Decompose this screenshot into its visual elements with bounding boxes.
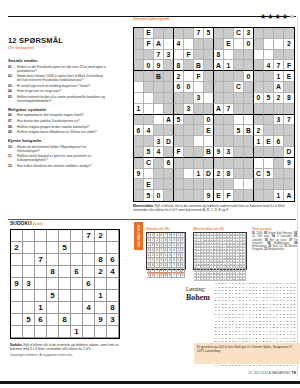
monsterdoku-cell-r14c14[interactable]: 5 [264, 169, 274, 180]
monsterdoku-cell-r7c1[interactable] [134, 93, 144, 104]
monsterdoku-cell-r2c11[interactable] [234, 39, 244, 50]
sudoku-cell-r1c4[interactable] [47, 230, 59, 242]
monsterdoku-cell-r5c13[interactable] [254, 71, 264, 82]
monsterdoku-cell-r1c10[interactable] [224, 28, 234, 39]
monsterdoku-cell-r11c6[interactable] [184, 136, 194, 147]
monsterdoku-cell-r10c11[interactable]: 5 [234, 125, 244, 136]
monsterdoku-cell-r3c7[interactable] [194, 50, 204, 61]
sudoku-cell-r3c6[interactable] [71, 254, 83, 266]
monsterdoku-cell-r5c10[interactable] [224, 71, 234, 82]
monsterdoku-cell-r3c15[interactable] [274, 50, 284, 61]
monsterdoku-cell-r3c1[interactable] [134, 50, 144, 61]
monsterdoku-cell-r1c3[interactable] [154, 28, 164, 39]
sudoku-cell-r6c1[interactable] [11, 290, 23, 302]
monsterdoku-cell-r9c2[interactable] [144, 115, 154, 126]
monsterdoku-cell-r7c7[interactable]: 3 [194, 93, 204, 104]
sudoku-cell-r4c3[interactable] [35, 266, 47, 278]
monsterdoku-cell-r14c15[interactable] [274, 169, 284, 180]
monsterdoku-cell-r9c10[interactable] [224, 115, 234, 126]
monsterdoku-cell-r11c16[interactable] [284, 136, 294, 147]
monsterdoku-cell-r16c10[interactable]: F [224, 190, 234, 201]
monsterdoku-cell-r9c3[interactable] [154, 115, 164, 126]
sudoku-grid[interactable]: 7225786862493651148568931 [10, 229, 120, 339]
monsterdoku-cell-r16c12[interactable] [244, 190, 254, 201]
sudoku-cell-r2c9[interactable] [107, 242, 119, 254]
monsterdoku-cell-r15c7[interactable] [194, 179, 204, 190]
monsterdoku-cell-r6c2[interactable] [144, 82, 154, 93]
monsterdoku-cell-r11c4[interactable]: D [164, 136, 174, 147]
monsterdoku-cell-r3c3[interactable]: 7 [154, 50, 164, 61]
monsterdoku-cell-r14c8[interactable]: D [204, 169, 214, 180]
monsterdoku-cell-r12c2[interactable]: 5 [144, 147, 154, 158]
sudoku-cell-r3c4[interactable] [47, 254, 59, 266]
sudoku-cell-r2c6[interactable] [71, 242, 83, 254]
monsterdoku-cell-r8c3[interactable] [154, 104, 164, 115]
monsterdoku-cell-r6c11[interactable]: C [234, 82, 244, 93]
monsterdoku-cell-r15c8[interactable] [204, 179, 214, 190]
monsterdoku-cell-r6c10[interactable] [224, 82, 234, 93]
sudoku-cell-r6c6[interactable] [71, 290, 83, 302]
monsterdoku-cell-r3c12[interactable] [244, 50, 254, 61]
monsterdoku-cell-r4c15[interactable]: 7 [274, 60, 284, 71]
monsterdoku-cell-r2c13[interactable] [254, 39, 264, 50]
sudoku-cell-r9c3[interactable] [35, 326, 47, 338]
monsterdoku-cell-r8c9[interactable]: A [214, 104, 224, 115]
monsterdoku-cell-r14c6[interactable] [184, 169, 194, 180]
monsterdoku-cell-r6c1[interactable] [134, 82, 144, 93]
monsterdoku-cell-r3c11[interactable] [234, 50, 244, 61]
monsterdoku-cell-r11c10[interactable] [224, 136, 234, 147]
monsterdoku-cell-r1c15[interactable] [274, 28, 284, 39]
monsterdoku-cell-r6c16[interactable] [284, 82, 294, 93]
monsterdoku-cell-r8c1[interactable]: 1 [134, 104, 144, 115]
monsterdoku-cell-r7c5[interactable] [174, 93, 184, 104]
monsterdoku-cell-r12c15[interactable] [274, 147, 284, 158]
monsterdoku-cell-r9c1[interactable] [134, 115, 144, 126]
monsterdoku-cell-r10c9[interactable] [214, 125, 224, 136]
sudoku-cell-r3c3[interactable]: 7 [35, 254, 47, 266]
monsterdoku-cell-r4c6[interactable] [184, 60, 194, 71]
monsterdoku-cell-r9c6[interactable] [184, 115, 194, 126]
monsterdoku-cell-r7c14[interactable]: 5 [264, 93, 274, 104]
monsterdoku-cell-r16c1[interactable] [134, 190, 144, 201]
monsterdoku-cell-r11c2[interactable] [144, 136, 154, 147]
monsterdoku-cell-r6c3[interactable] [154, 82, 164, 93]
monsterdoku-cell-r3c14[interactable] [264, 50, 274, 61]
monsterdoku-cell-r16c6[interactable] [184, 190, 194, 201]
monsterdoku-cell-r4c8[interactable] [204, 60, 214, 71]
monsterdoku-cell-r5c4[interactable] [164, 71, 174, 82]
monsterdoku-cell-r1c8[interactable]: 5 [204, 28, 214, 39]
monsterdoku-cell-r7c15[interactable]: 2 [274, 93, 284, 104]
sudoku-cell-r2c5[interactable]: 5 [59, 242, 71, 254]
sudoku-cell-r3c1[interactable] [11, 254, 23, 266]
sudoku-cell-r7c8[interactable] [95, 302, 107, 314]
monsterdoku-cell-r5c16[interactable]: E [284, 71, 294, 82]
monsterdoku-cell-r16c8[interactable]: 9 [204, 190, 214, 201]
monsterdoku-cell-r7c13[interactable]: 0 [254, 93, 264, 104]
monsterdoku-cell-r4c1[interactable] [134, 60, 144, 71]
monsterdoku-cell-r14c9[interactable]: 2 [214, 169, 224, 180]
monsterdoku-cell-r16c14[interactable] [264, 190, 274, 201]
monsterdoku-cell-r14c5[interactable] [174, 169, 184, 180]
monsterdoku-cell-r11c15[interactable]: 6 [274, 136, 284, 147]
sudoku-cell-r4c9[interactable]: 4 [107, 266, 119, 278]
sudoku-cell-r5c5[interactable] [59, 278, 71, 290]
monsterdoku-cell-r7c11[interactable] [234, 93, 244, 104]
sudoku-cell-r9c6[interactable]: 1 [71, 326, 83, 338]
monsterdoku-cell-r1c6[interactable] [184, 28, 194, 39]
monsterdoku-cell-r6c6[interactable]: 0 [184, 82, 194, 93]
monsterdoku-cell-r14c7[interactable]: 1 [194, 169, 204, 180]
monsterdoku-cell-r12c6[interactable] [184, 147, 194, 158]
monsterdoku-cell-r6c9[interactable] [214, 82, 224, 93]
monsterdoku-cell-r13c3[interactable] [154, 158, 164, 169]
monsterdoku-cell-r7c8[interactable] [204, 93, 214, 104]
sudoku-cell-r6c3[interactable] [35, 290, 47, 302]
monsterdoku-cell-r16c4[interactable] [164, 190, 174, 201]
monsterdoku-cell-r13c1[interactable] [134, 158, 144, 169]
monsterdoku-cell-r7c10[interactable] [224, 93, 234, 104]
monsterdoku-cell-r1c11[interactable]: C [234, 28, 244, 39]
monsterdoku-cell-r14c3[interactable] [154, 169, 164, 180]
monsterdoku-cell-r1c7[interactable]: 7 [194, 28, 204, 39]
monsterdoku-grid[interactable]: E75C3FA4E0273F8098BA147FB2F01E60CA305281… [133, 27, 295, 202]
monsterdoku-cell-r2c2[interactable]: F [144, 39, 154, 50]
sudoku-cell-r3c8[interactable]: 8 [95, 254, 107, 266]
monsterdoku-cell-r10c10[interactable] [224, 125, 234, 136]
monsterdoku-cell-r9c7[interactable] [194, 115, 204, 126]
monsterdoku-cell-r16c5[interactable] [174, 190, 184, 201]
monsterdoku-cell-r10c2[interactable]: 4 [144, 125, 154, 136]
sudoku-cell-r6c5[interactable] [59, 290, 71, 302]
sudoku-cell-r5c6[interactable] [71, 278, 83, 290]
sudoku-cell-r4c7[interactable] [83, 266, 95, 278]
monsterdoku-cell-r2c16[interactable]: 2 [284, 39, 294, 50]
monsterdoku-cell-r11c3[interactable]: 3 [154, 136, 164, 147]
monsterdoku-cell-r1c4[interactable] [164, 28, 174, 39]
monsterdoku-cell-r12c16[interactable]: D [284, 147, 294, 158]
monsterdoku-cell-r3c16[interactable] [284, 50, 294, 61]
monsterdoku-cell-r6c5[interactable]: 6 [174, 82, 184, 93]
monsterdoku-cell-r13c11[interactable] [234, 158, 244, 169]
monsterdoku-cell-r4c16[interactable]: F [284, 60, 294, 71]
monsterdoku-cell-r4c5[interactable]: 8 [174, 60, 184, 71]
monsterdoku-cell-r12c9[interactable]: 9 [214, 147, 224, 158]
monsterdoku-cell-r15c15[interactable] [274, 179, 284, 190]
monsterdoku-cell-r2c10[interactable]: E [224, 39, 234, 50]
monsterdoku-cell-r6c12[interactable] [244, 82, 254, 93]
monsterdoku-cell-r11c7[interactable] [194, 136, 204, 147]
sudoku-cell-r5c4[interactable] [47, 278, 59, 290]
monsterdoku-cell-r15c12[interactable] [244, 179, 254, 190]
monsterdoku-cell-r13c16[interactable]: 9 [284, 158, 294, 169]
monsterdoku-cell-r12c3[interactable]: 4 [154, 147, 164, 158]
sudoku-cell-r9c1[interactable] [11, 326, 23, 338]
monsterdoku-cell-r10c16[interactable] [284, 125, 294, 136]
monsterdoku-cell-r14c11[interactable] [234, 169, 244, 180]
monsterdoku-cell-r14c12[interactable] [244, 169, 254, 180]
sudoku-cell-r8c1[interactable] [11, 314, 23, 326]
monsterdoku-cell-r11c9[interactable] [214, 136, 224, 147]
sudoku-cell-r6c4[interactable]: 5 [47, 290, 59, 302]
monsterdoku-cell-r4c4[interactable] [164, 60, 174, 71]
monsterdoku-cell-r3c9[interactable]: 8 [214, 50, 224, 61]
monsterdoku-cell-r3c10[interactable] [224, 50, 234, 61]
sudoku-cell-r9c8[interactable] [95, 326, 107, 338]
monsterdoku-cell-r5c2[interactable] [144, 71, 154, 82]
monsterdoku-cell-r10c3[interactable] [154, 125, 164, 136]
monsterdoku-cell-r12c14[interactable] [264, 147, 274, 158]
monsterdoku-cell-r10c13[interactable]: 2 [254, 125, 264, 136]
sudoku-cell-r7c7[interactable]: 4 [83, 302, 95, 314]
monsterdoku-cell-r16c11[interactable] [234, 190, 244, 201]
monsterdoku-cell-r8c2[interactable] [144, 104, 154, 115]
monsterdoku-cell-r10c12[interactable]: B [244, 125, 254, 136]
sudoku-cell-r4c5[interactable] [59, 266, 71, 278]
monsterdoku-cell-r9c16[interactable]: 7 [284, 115, 294, 126]
sudoku-cell-r9c2[interactable] [23, 326, 35, 338]
monsterdoku-cell-r15c16[interactable] [284, 179, 294, 190]
sudoku-cell-r5c7[interactable]: 6 [83, 278, 95, 290]
monsterdoku-cell-r9c15[interactable]: 3 [274, 115, 284, 126]
monsterdoku-cell-r8c4[interactable] [164, 104, 174, 115]
monsterdoku-cell-r13c5[interactable] [174, 158, 184, 169]
sudoku-cell-r1c8[interactable]: 2 [95, 230, 107, 242]
monsterdoku-cell-r6c13[interactable] [254, 82, 264, 93]
monsterdoku-cell-r9c9[interactable] [214, 115, 224, 126]
monsterdoku-cell-r5c12[interactable]: 0 [244, 71, 254, 82]
sudoku-cell-r5c8[interactable] [95, 278, 107, 290]
monsterdoku-cell-r5c8[interactable] [204, 71, 214, 82]
monsterdoku-cell-r4c3[interactable]: 9 [154, 60, 164, 71]
sudoku-cell-r6c2[interactable] [23, 290, 35, 302]
monsterdoku-cell-r15c4[interactable] [164, 179, 174, 190]
monsterdoku-cell-r8c14[interactable] [264, 104, 274, 115]
monsterdoku-cell-r9c14[interactable] [264, 115, 274, 126]
monsterdoku-cell-r3c13[interactable] [254, 50, 264, 61]
monsterdoku-cell-r5c5[interactable]: 2 [174, 71, 184, 82]
monsterdoku-cell-r13c2[interactable]: C [144, 158, 154, 169]
monsterdoku-cell-r13c9[interactable] [214, 158, 224, 169]
sudoku-cell-r1c6[interactable] [71, 230, 83, 242]
sudoku-cell-r4c6[interactable]: 6 [71, 266, 83, 278]
monsterdoku-cell-r6c8[interactable] [204, 82, 214, 93]
monsterdoku-cell-r8c8[interactable] [204, 104, 214, 115]
monsterdoku-cell-r7c12[interactable] [244, 93, 254, 104]
monsterdoku-cell-r2c3[interactable]: A [154, 39, 164, 50]
monsterdoku-cell-r10c5[interactable] [174, 125, 184, 136]
sudoku-cell-r7c5[interactable] [59, 302, 71, 314]
sudoku-cell-r8c3[interactable]: 6 [35, 314, 47, 326]
monsterdoku-cell-r4c14[interactable]: 4 [264, 60, 274, 71]
sudoku-cell-r7c2[interactable] [23, 302, 35, 314]
monsterdoku-cell-r2c7[interactable] [194, 39, 204, 50]
monsterdoku-cell-r15c10[interactable] [224, 179, 234, 190]
monsterdoku-cell-r8c12[interactable] [244, 104, 254, 115]
monsterdoku-cell-r12c10[interactable]: 3 [224, 147, 234, 158]
monsterdoku-cell-r2c14[interactable] [264, 39, 274, 50]
monsterdoku-cell-r5c6[interactable] [184, 71, 194, 82]
sudoku-cell-r6c7[interactable] [83, 290, 95, 302]
sudoku-cell-r8c4[interactable] [47, 314, 59, 326]
monsterdoku-cell-r2c5[interactable]: 4 [174, 39, 184, 50]
monsterdoku-cell-r14c4[interactable] [164, 169, 174, 180]
monsterdoku-cell-r12c13[interactable] [254, 147, 264, 158]
monsterdoku-cell-r5c3[interactable]: B [154, 71, 164, 82]
monsterdoku-cell-r12c4[interactable] [164, 147, 174, 158]
monsterdoku-cell-r8c16[interactable] [284, 104, 294, 115]
monsterdoku-cell-r12c12[interactable] [244, 147, 254, 158]
monsterdoku-cell-r2c4[interactable] [164, 39, 174, 50]
monsterdoku-cell-r10c4[interactable] [164, 125, 174, 136]
sudoku-cell-r5c3[interactable] [35, 278, 47, 290]
monsterdoku-cell-r14c13[interactable]: C [254, 169, 264, 180]
monsterdoku-cell-r13c12[interactable] [244, 158, 254, 169]
monsterdoku-cell-r10c7[interactable] [194, 125, 204, 136]
monsterdoku-cell-r8c7[interactable] [194, 104, 204, 115]
monsterdoku-cell-r11c1[interactable] [134, 136, 144, 147]
monsterdoku-cell-r4c7[interactable]: B [194, 60, 204, 71]
monsterdoku-cell-r16c2[interactable]: 5 [144, 190, 154, 201]
sudoku-cell-r8c2[interactable]: 5 [23, 314, 35, 326]
monsterdoku-cell-r9c4[interactable]: A [164, 115, 174, 126]
monsterdoku-cell-r7c16[interactable]: 8 [284, 93, 294, 104]
sudoku-cell-r9c4[interactable] [47, 326, 59, 338]
sudoku-cell-r9c9[interactable] [107, 326, 119, 338]
monsterdoku-cell-r2c8[interactable] [204, 39, 214, 50]
monsterdoku-cell-r14c10[interactable]: 8 [224, 169, 234, 180]
monsterdoku-cell-r12c8[interactable]: B [204, 147, 214, 158]
sudoku-cell-r1c5[interactable] [59, 230, 71, 242]
monsterdoku-cell-r5c11[interactable] [234, 71, 244, 82]
monsterdoku-cell-r12c7[interactable] [194, 147, 204, 158]
monsterdoku-cell-r3c2[interactable] [144, 50, 154, 61]
monsterdoku-cell-r1c5[interactable] [174, 28, 184, 39]
monsterdoku-cell-r5c7[interactable]: F [194, 71, 204, 82]
sudoku-cell-r7c4[interactable] [47, 302, 59, 314]
monsterdoku-cell-r7c6[interactable] [184, 93, 194, 104]
monsterdoku-cell-r13c15[interactable] [274, 158, 284, 169]
monsterdoku-cell-r6c15[interactable]: A [274, 82, 284, 93]
monsterdoku-cell-r4c11[interactable] [234, 60, 244, 71]
monsterdoku-cell-r15c13[interactable] [254, 179, 264, 190]
sudoku-cell-r1c2[interactable] [23, 230, 35, 242]
monsterdoku-cell-r8c5[interactable] [174, 104, 184, 115]
monsterdoku-cell-r10c1[interactable]: 6 [134, 125, 144, 136]
monsterdoku-cell-r2c6[interactable] [184, 39, 194, 50]
monsterdoku-cell-r16c13[interactable] [254, 190, 264, 201]
monsterdoku-cell-r12c1[interactable] [134, 147, 144, 158]
sudoku-cell-r2c4[interactable] [47, 242, 59, 254]
monsterdoku-cell-r12c11[interactable] [234, 147, 244, 158]
sudoku-cell-r7c9[interactable]: 8 [107, 302, 119, 314]
monsterdoku-cell-r9c11[interactable] [234, 115, 244, 126]
monsterdoku-cell-r16c9[interactable]: E [214, 190, 224, 201]
sudoku-cell-r1c1[interactable] [11, 230, 23, 242]
monsterdoku-cell-r15c9[interactable] [214, 179, 224, 190]
sudoku-cell-r4c1[interactable] [11, 266, 23, 278]
monsterdoku-cell-r13c7[interactable] [194, 158, 204, 169]
monsterdoku-cell-r15c3[interactable] [154, 179, 164, 190]
monsterdoku-cell-r16c3[interactable]: 0 [154, 190, 164, 201]
monsterdoku-cell-r2c12[interactable]: 0 [244, 39, 254, 50]
sudoku-cell-r4c4[interactable]: 8 [47, 266, 59, 278]
sudoku-cell-r3c9[interactable]: 6 [107, 254, 119, 266]
monsterdoku-cell-r9c13[interactable] [254, 115, 264, 126]
sudoku-cell-r2c8[interactable] [95, 242, 107, 254]
monsterdoku-cell-r9c5[interactable]: 5 [174, 115, 184, 126]
sudoku-cell-r3c2[interactable] [23, 254, 35, 266]
sudoku-cell-r1c7[interactable]: 7 [83, 230, 95, 242]
sudoku-cell-r4c2[interactable] [23, 266, 35, 278]
monsterdoku-cell-r15c1[interactable] [134, 179, 144, 190]
monsterdoku-cell-r8c6[interactable]: 3 [184, 104, 194, 115]
monsterdoku-cell-r3c5[interactable] [174, 50, 184, 61]
monsterdoku-cell-r14c2[interactable] [144, 169, 154, 180]
monsterdoku-cell-r11c11[interactable] [234, 136, 244, 147]
sudoku-cell-r2c3[interactable] [35, 242, 47, 254]
monsterdoku-cell-r1c16[interactable] [284, 28, 294, 39]
sudoku-cell-r3c5[interactable] [59, 254, 71, 266]
monsterdoku-cell-r7c9[interactable] [214, 93, 224, 104]
monsterdoku-cell-r15c6[interactable] [184, 179, 194, 190]
sudoku-cell-r9c7[interactable] [83, 326, 95, 338]
monsterdoku-cell-r15c14[interactable] [264, 179, 274, 190]
monsterdoku-cell-r4c9[interactable]: A [214, 60, 224, 71]
monsterdoku-cell-r15c2[interactable]: E [144, 179, 154, 190]
monsterdoku-cell-r11c14[interactable]: E [264, 136, 274, 147]
sudoku-cell-r5c9[interactable] [107, 278, 119, 290]
sudoku-cell-r1c9[interactable] [107, 230, 119, 242]
monsterdoku-cell-r12c5[interactable]: F [174, 147, 184, 158]
monsterdoku-cell-r4c2[interactable]: 0 [144, 60, 154, 71]
sudoku-cell-r3c7[interactable] [83, 254, 95, 266]
monsterdoku-cell-r13c4[interactable]: 6 [164, 158, 174, 169]
monsterdoku-cell-r4c12[interactable] [244, 60, 254, 71]
monsterdoku-cell-r15c5[interactable] [174, 179, 184, 190]
monsterdoku-cell-r13c14[interactable] [264, 158, 274, 169]
sudoku-cell-r9c5[interactable] [59, 326, 71, 338]
sudoku-cell-r2c7[interactable] [83, 242, 95, 254]
monsterdoku-cell-r11c13[interactable]: 1 [254, 136, 264, 147]
monsterdoku-cell-r16c7[interactable] [194, 190, 204, 201]
monsterdoku-cell-r1c13[interactable] [254, 28, 264, 39]
monsterdoku-cell-r16c15[interactable]: 1 [274, 190, 284, 201]
monsterdoku-cell-r10c15[interactable] [274, 125, 284, 136]
monsterdoku-cell-r1c1[interactable] [134, 28, 144, 39]
monsterdoku-cell-r2c15[interactable] [274, 39, 284, 50]
monsterdoku-cell-r7c4[interactable] [164, 93, 174, 104]
monsterdoku-cell-r6c4[interactable] [164, 82, 174, 93]
sudoku-cell-r6c9[interactable] [107, 290, 119, 302]
monsterdoku-cell-r10c8[interactable]: E [204, 125, 214, 136]
sudoku-cell-r7c6[interactable] [71, 302, 83, 314]
sudoku-cell-r1c3[interactable] [35, 230, 47, 242]
monsterdoku-cell-r4c10[interactable]: 1 [224, 60, 234, 71]
monsterdoku-cell-r3c4[interactable]: 3 [164, 50, 174, 61]
sudoku-cell-r2c2[interactable] [23, 242, 35, 254]
monsterdoku-cell-r13c8[interactable] [204, 158, 214, 169]
sudoku-cell-r6c8[interactable]: 1 [95, 290, 107, 302]
monsterdoku-cell-r1c12[interactable]: 3 [244, 28, 254, 39]
monsterdoku-cell-r3c6[interactable]: F [184, 50, 194, 61]
monsterdoku-cell-r11c8[interactable] [204, 136, 214, 147]
sudoku-cell-r2c1[interactable]: 2 [11, 242, 23, 254]
monsterdoku-cell-r5c14[interactable] [264, 71, 274, 82]
sudoku-cell-r7c3[interactable]: 1 [35, 302, 47, 314]
monsterdoku-cell-r10c14[interactable] [264, 125, 274, 136]
